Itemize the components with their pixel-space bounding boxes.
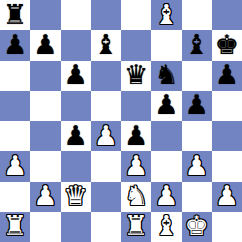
piece-black-pawn[interactable]: ♟ bbox=[124, 122, 148, 149]
square-a5[interactable] bbox=[0, 91, 30, 121]
square-f2[interactable]: ♟ bbox=[151, 182, 181, 212]
piece-black-pawn[interactable]: ♟ bbox=[154, 91, 178, 118]
square-c7[interactable] bbox=[61, 30, 91, 60]
square-c4[interactable]: ♟ bbox=[61, 121, 91, 151]
piece-white-rook[interactable]: ♜ bbox=[3, 212, 27, 239]
square-f1[interactable]: ♝ bbox=[151, 212, 181, 242]
piece-white-knight[interactable]: ♞ bbox=[124, 182, 148, 209]
square-a1[interactable]: ♜ bbox=[0, 212, 30, 242]
square-b2[interactable]: ♟ bbox=[30, 182, 60, 212]
square-e8[interactable] bbox=[121, 0, 151, 30]
square-f7[interactable] bbox=[151, 30, 181, 60]
square-c2[interactable]: ♛ bbox=[61, 182, 91, 212]
piece-white-pawn[interactable]: ♟ bbox=[33, 182, 57, 209]
square-h3[interactable] bbox=[212, 151, 242, 181]
square-b5[interactable] bbox=[30, 91, 60, 121]
square-c8[interactable] bbox=[61, 0, 91, 30]
square-e3[interactable]: ♟ bbox=[121, 151, 151, 181]
piece-white-bishop[interactable]: ♝ bbox=[154, 212, 178, 239]
square-g4[interactable] bbox=[182, 121, 212, 151]
square-c5[interactable] bbox=[61, 91, 91, 121]
square-a3[interactable]: ♟ bbox=[0, 151, 30, 181]
square-h1[interactable] bbox=[212, 212, 242, 242]
square-g3[interactable]: ♟ bbox=[182, 151, 212, 181]
square-h2[interactable]: ♟ bbox=[212, 182, 242, 212]
square-d2[interactable] bbox=[91, 182, 121, 212]
square-d7[interactable]: ♝ bbox=[91, 30, 121, 60]
square-a6[interactable] bbox=[0, 61, 30, 91]
piece-black-king[interactable]: ♚ bbox=[215, 31, 239, 58]
square-c3[interactable] bbox=[61, 151, 91, 181]
square-a8[interactable]: ♜ bbox=[0, 0, 30, 30]
piece-white-rook[interactable]: ♜ bbox=[124, 212, 148, 239]
square-g5[interactable]: ♟ bbox=[182, 91, 212, 121]
piece-black-pawn[interactable]: ♟ bbox=[33, 31, 57, 58]
square-d4[interactable]: ♟ bbox=[91, 121, 121, 151]
square-h8[interactable] bbox=[212, 0, 242, 30]
square-e6[interactable]: ♛ bbox=[121, 61, 151, 91]
piece-white-pawn[interactable]: ♟ bbox=[94, 122, 118, 149]
square-a4[interactable] bbox=[0, 121, 30, 151]
square-d8[interactable] bbox=[91, 0, 121, 30]
square-h6[interactable]: ♟ bbox=[212, 61, 242, 91]
square-e1[interactable]: ♜ bbox=[121, 212, 151, 242]
square-f8[interactable]: ♝ bbox=[151, 0, 181, 30]
chess-board: ♜♝♟♟♝♝♚♟♛♞♟♟♟♟♟♟♟♟♟♟♛♞♟♟♜♜♝♚ bbox=[0, 0, 242, 242]
square-b4[interactable] bbox=[30, 121, 60, 151]
piece-black-bishop[interactable]: ♝ bbox=[94, 31, 118, 58]
piece-white-pawn[interactable]: ♟ bbox=[154, 182, 178, 209]
piece-black-queen[interactable]: ♛ bbox=[124, 61, 148, 88]
piece-black-pawn[interactable]: ♟ bbox=[3, 31, 27, 58]
piece-white-pawn[interactable]: ♟ bbox=[124, 152, 148, 179]
square-b1[interactable] bbox=[30, 212, 60, 242]
piece-white-pawn[interactable]: ♟ bbox=[3, 152, 27, 179]
piece-black-bishop[interactable]: ♝ bbox=[185, 31, 209, 58]
square-g8[interactable] bbox=[182, 0, 212, 30]
square-b8[interactable] bbox=[30, 0, 60, 30]
square-f4[interactable] bbox=[151, 121, 181, 151]
square-g6[interactable] bbox=[182, 61, 212, 91]
square-d5[interactable] bbox=[91, 91, 121, 121]
piece-white-bishop[interactable]: ♝ bbox=[154, 1, 178, 28]
square-a2[interactable] bbox=[0, 182, 30, 212]
piece-black-rook[interactable]: ♜ bbox=[3, 1, 27, 28]
square-a7[interactable]: ♟ bbox=[0, 30, 30, 60]
piece-white-pawn[interactable]: ♟ bbox=[185, 152, 209, 179]
square-g7[interactable]: ♝ bbox=[182, 30, 212, 60]
square-d3[interactable] bbox=[91, 151, 121, 181]
square-h7[interactable]: ♚ bbox=[212, 30, 242, 60]
square-c6[interactable]: ♟ bbox=[61, 61, 91, 91]
square-e5[interactable] bbox=[121, 91, 151, 121]
piece-black-knight[interactable]: ♞ bbox=[154, 61, 178, 88]
square-e2[interactable]: ♞ bbox=[121, 182, 151, 212]
square-b7[interactable]: ♟ bbox=[30, 30, 60, 60]
piece-black-pawn[interactable]: ♟ bbox=[215, 61, 239, 88]
piece-black-pawn[interactable]: ♟ bbox=[64, 122, 88, 149]
square-g2[interactable] bbox=[182, 182, 212, 212]
piece-white-pawn[interactable]: ♟ bbox=[215, 182, 239, 209]
square-f3[interactable] bbox=[151, 151, 181, 181]
square-e7[interactable] bbox=[121, 30, 151, 60]
piece-black-pawn[interactable]: ♟ bbox=[64, 61, 88, 88]
square-e4[interactable]: ♟ bbox=[121, 121, 151, 151]
square-h5[interactable] bbox=[212, 91, 242, 121]
square-d1[interactable] bbox=[91, 212, 121, 242]
piece-black-pawn[interactable]: ♟ bbox=[185, 91, 209, 118]
square-d6[interactable] bbox=[91, 61, 121, 91]
square-h4[interactable] bbox=[212, 121, 242, 151]
piece-white-queen[interactable]: ♛ bbox=[64, 182, 88, 209]
square-b3[interactable] bbox=[30, 151, 60, 181]
square-f6[interactable]: ♞ bbox=[151, 61, 181, 91]
square-c1[interactable] bbox=[61, 212, 91, 242]
square-f5[interactable]: ♟ bbox=[151, 91, 181, 121]
square-g1[interactable]: ♚ bbox=[182, 212, 212, 242]
square-b6[interactable] bbox=[30, 61, 60, 91]
piece-white-king[interactable]: ♚ bbox=[185, 212, 209, 239]
